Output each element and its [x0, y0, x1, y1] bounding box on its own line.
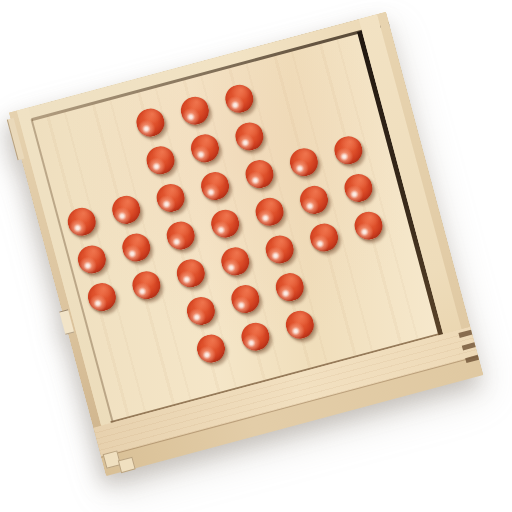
marble-r3c4[interactable]: [198, 168, 232, 202]
marble-r1c3[interactable]: [133, 105, 167, 139]
marble-r5c6[interactable]: [307, 220, 341, 254]
marble-r5c1[interactable]: [85, 279, 119, 313]
marble-r3c3[interactable]: [153, 180, 187, 214]
finger-joint-tab: [118, 457, 136, 473]
marble-r4c4[interactable]: [208, 206, 242, 240]
marble-r5c7[interactable]: [351, 208, 385, 242]
marble-r5c5[interactable]: [262, 232, 296, 266]
marble-r7c5[interactable]: [283, 307, 317, 341]
box-shadow-wrap: [51, 56, 441, 431]
marble-r4c3[interactable]: [163, 218, 197, 252]
marble-r3c2[interactable]: [109, 192, 143, 226]
marble-r4c1[interactable]: [75, 242, 109, 276]
marble-r2c5[interactable]: [232, 119, 266, 153]
marble-r5c4[interactable]: [218, 244, 252, 278]
marble-r3c1[interactable]: [65, 204, 99, 238]
marble-r1c4[interactable]: [178, 93, 212, 127]
marble-r3c5[interactable]: [242, 157, 276, 191]
marble-r7c3[interactable]: [194, 331, 228, 365]
marble-r3c7[interactable]: [331, 133, 365, 167]
marble-r4c6[interactable]: [297, 182, 331, 216]
marble-r4c2[interactable]: [119, 230, 153, 264]
marble-r6c3[interactable]: [184, 293, 218, 327]
marble-r6c5[interactable]: [273, 270, 307, 304]
marble-r4c5[interactable]: [252, 194, 286, 228]
marble-r3c6[interactable]: [287, 145, 321, 179]
solitaire-box: [9, 12, 483, 475]
marble-r5c3[interactable]: [174, 256, 208, 290]
photo-stage: [0, 0, 512, 512]
marble-r2c4[interactable]: [188, 131, 222, 165]
marble-r1c5[interactable]: [222, 81, 256, 115]
marble-r4c7[interactable]: [341, 170, 375, 204]
marble-r5c2[interactable]: [129, 268, 163, 302]
marble-r2c3[interactable]: [143, 143, 177, 177]
marble-r6c4[interactable]: [228, 281, 262, 315]
marble-r7c4[interactable]: [238, 319, 272, 353]
